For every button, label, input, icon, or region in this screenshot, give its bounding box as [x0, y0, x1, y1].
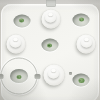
cell-r3c1[interactable] [0, 67, 33, 100]
peg-nub [13, 38, 18, 42]
seed-well [73, 13, 90, 26]
piece-wrapper [73, 13, 90, 26]
seed-well [10, 69, 28, 83]
peg-nub [51, 69, 56, 73]
cell-r3c3[interactable] [67, 67, 100, 100]
seed-well [41, 38, 58, 51]
white-peg [41, 9, 60, 28]
ring-tab-left [0, 74, 3, 79]
peg-nub [84, 38, 89, 42]
white-peg [77, 34, 96, 53]
cell-r3c2[interactable] [33, 67, 66, 100]
seed-well [13, 14, 30, 27]
piece-wrapper [41, 38, 58, 51]
seed-sprout [19, 19, 24, 23]
white-peg [43, 65, 64, 86]
piece-wrapper [13, 14, 30, 27]
board-grid [0, 0, 100, 100]
seed-sprout [47, 43, 52, 47]
piece-wrapper [10, 69, 28, 83]
piece-wrapper [41, 9, 60, 28]
peg-nub [48, 12, 53, 16]
cell-r2c3[interactable] [67, 33, 100, 66]
seed-sprout [79, 18, 84, 22]
piece-wrapper [43, 65, 64, 86]
small-mark-dot [69, 72, 72, 75]
piece-wrapper [77, 34, 96, 53]
white-peg [6, 34, 25, 53]
piece-wrapper [73, 74, 90, 87]
piece-wrapper [6, 34, 25, 53]
cell-r2c2[interactable] [33, 33, 66, 66]
clasp-tab [46, 0, 56, 7]
seed-well [73, 74, 90, 87]
tray-photo [0, 0, 100, 100]
seed-sprout [16, 75, 21, 79]
seed-sprout [78, 78, 84, 83]
cell-r1c1[interactable] [0, 0, 33, 33]
cell-r1c3[interactable] [67, 0, 100, 33]
